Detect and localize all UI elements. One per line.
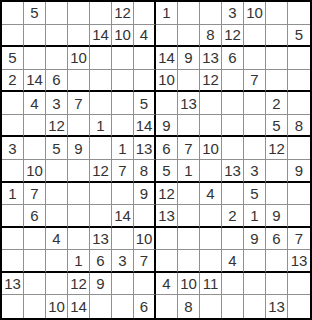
cell-r10c1[interactable]: [2, 205, 24, 228]
cell-r9c3[interactable]: [46, 183, 68, 206]
cell-r8c6[interactable]: 7: [112, 160, 134, 183]
cell-r9c7[interactable]: 9: [134, 183, 156, 206]
cell-r1c1[interactable]: [2, 2, 24, 25]
cell-r2c9[interactable]: [178, 25, 200, 48]
cell-r4c11[interactable]: [222, 70, 244, 93]
cell-r8c13[interactable]: [266, 160, 288, 183]
cell-r3c11[interactable]: 6: [222, 47, 244, 70]
cell-r3c12[interactable]: [244, 47, 266, 70]
cell-r3c9[interactable]: 9: [178, 47, 200, 70]
cell-r14c11[interactable]: [222, 295, 244, 318]
cell-r8c10[interactable]: [200, 160, 222, 183]
cell-r5c12[interactable]: [244, 92, 266, 115]
cell-r9c11[interactable]: [222, 183, 244, 206]
cell-r1c4[interactable]: [68, 2, 90, 25]
cell-r12c6[interactable]: 3: [112, 250, 134, 273]
cell-r9c4[interactable]: [68, 183, 90, 206]
cell-r2c6[interactable]: 10: [112, 25, 134, 48]
cell-r8c12[interactable]: 3: [244, 160, 266, 183]
cell-r4c12[interactable]: 7: [244, 70, 266, 93]
cell-r4c13[interactable]: [266, 70, 288, 93]
cell-r5c7[interactable]: 5: [134, 92, 156, 115]
cell-r7c9[interactable]: 7: [178, 137, 200, 160]
cell-r3c8[interactable]: 14: [156, 47, 178, 70]
cell-r2c8[interactable]: [156, 25, 178, 48]
cell-r5c1[interactable]: [2, 92, 24, 115]
cell-r14c10[interactable]: [200, 295, 222, 318]
cell-r8c3[interactable]: [46, 160, 68, 183]
cell-r5c5[interactable]: [90, 92, 112, 115]
cell-r4c6[interactable]: [112, 70, 134, 93]
cell-r12c8[interactable]: [156, 250, 178, 273]
cell-r13c11[interactable]: [222, 273, 244, 296]
cell-r12c2[interactable]: [24, 250, 46, 273]
cell-r7c5[interactable]: [90, 137, 112, 160]
cell-r9c2[interactable]: 7: [24, 183, 46, 206]
cell-r13c4[interactable]: 12: [68, 273, 90, 296]
cell-r4c8[interactable]: 10: [156, 70, 178, 93]
cell-r12c9[interactable]: [178, 250, 200, 273]
cell-r11c6[interactable]: [112, 228, 134, 251]
cell-r13c3[interactable]: [46, 273, 68, 296]
cell-r11c11[interactable]: [222, 228, 244, 251]
cell-r12c3[interactable]: [46, 250, 68, 273]
cell-r8c7[interactable]: 8: [134, 160, 156, 183]
cell-r7c10[interactable]: 10: [200, 137, 222, 160]
cell-r3c14[interactable]: [288, 47, 310, 70]
cell-r3c6[interactable]: [112, 47, 134, 70]
cell-r13c1[interactable]: 13: [2, 273, 24, 296]
cell-r14c4[interactable]: 14: [68, 295, 90, 318]
cell-r1c3[interactable]: [46, 2, 68, 25]
cell-r7c3[interactable]: 5: [46, 137, 68, 160]
cell-r1c6[interactable]: 12: [112, 2, 134, 25]
cell-r9c5[interactable]: [90, 183, 112, 206]
cell-r10c14[interactable]: [288, 205, 310, 228]
cell-r10c13[interactable]: 9: [266, 205, 288, 228]
cell-r8c9[interactable]: 1: [178, 160, 200, 183]
cell-r11c8[interactable]: [156, 228, 178, 251]
cell-r12c13[interactable]: [266, 250, 288, 273]
cell-r1c14[interactable]: [288, 2, 310, 25]
cell-r10c10[interactable]: [200, 205, 222, 228]
cell-r12c11[interactable]: 4: [222, 250, 244, 273]
cell-r10c11[interactable]: 2: [222, 205, 244, 228]
cell-r1c8[interactable]: 1: [156, 2, 178, 25]
cell-r5c6[interactable]: [112, 92, 134, 115]
cell-r8c1[interactable]: [2, 160, 24, 183]
cell-r6c11[interactable]: [222, 115, 244, 138]
cell-r4c4[interactable]: [68, 70, 90, 93]
cell-r4c10[interactable]: 12: [200, 70, 222, 93]
cell-r9c13[interactable]: [266, 183, 288, 206]
cell-r14c3[interactable]: 10: [46, 295, 68, 318]
cell-r12c4[interactable]: 1: [68, 250, 90, 273]
cell-r5c3[interactable]: 3: [46, 92, 68, 115]
cell-r2c3[interactable]: [46, 25, 68, 48]
cell-r9c8[interactable]: 12: [156, 183, 178, 206]
cell-r12c7[interactable]: 7: [134, 250, 156, 273]
cell-r10c9[interactable]: [178, 205, 200, 228]
cell-r9c6[interactable]: [112, 183, 134, 206]
cell-r3c5[interactable]: [90, 47, 112, 70]
cell-r13c9[interactable]: 10: [178, 273, 200, 296]
cell-r12c14[interactable]: 13: [288, 250, 310, 273]
cell-r8c14[interactable]: 9: [288, 160, 310, 183]
cell-r6c8[interactable]: 9: [156, 115, 178, 138]
cell-r14c1[interactable]: [2, 295, 24, 318]
cell-r12c5[interactable]: 6: [90, 250, 112, 273]
cell-r2c10[interactable]: 8: [200, 25, 222, 48]
cell-r2c4[interactable]: [68, 25, 90, 48]
cell-r11c12[interactable]: 9: [244, 228, 266, 251]
cell-r6c12[interactable]: [244, 115, 266, 138]
cell-r12c12[interactable]: [244, 250, 266, 273]
cell-r1c12[interactable]: 10: [244, 2, 266, 25]
cell-r13c14[interactable]: [288, 273, 310, 296]
cell-r10c2[interactable]: 6: [24, 205, 46, 228]
cell-r12c1[interactable]: [2, 250, 24, 273]
cell-r3c13[interactable]: [266, 47, 288, 70]
cell-r6c13[interactable]: 5: [266, 115, 288, 138]
cell-r11c13[interactable]: 6: [266, 228, 288, 251]
cell-r4c2[interactable]: 14: [24, 70, 46, 93]
cell-r8c4[interactable]: [68, 160, 90, 183]
cell-r7c4[interactable]: 9: [68, 137, 90, 160]
cell-r11c5[interactable]: 13: [90, 228, 112, 251]
cell-r6c9[interactable]: [178, 115, 200, 138]
cell-r13c10[interactable]: 11: [200, 273, 222, 296]
cell-r7c12[interactable]: [244, 137, 266, 160]
cell-r1c10[interactable]: [200, 2, 222, 25]
cell-r7c11[interactable]: [222, 137, 244, 160]
cell-r2c5[interactable]: 14: [90, 25, 112, 48]
cell-r8c8[interactable]: 5: [156, 160, 178, 183]
cell-r10c3[interactable]: [46, 205, 68, 228]
cell-r13c2[interactable]: [24, 273, 46, 296]
cell-r1c5[interactable]: [90, 2, 112, 25]
cell-r14c14[interactable]: [288, 295, 310, 318]
cell-r4c7[interactable]: [134, 70, 156, 93]
cell-r11c10[interactable]: [200, 228, 222, 251]
cell-r7c6[interactable]: 1: [112, 137, 134, 160]
cell-r1c11[interactable]: 3: [222, 2, 244, 25]
cell-r13c8[interactable]: 4: [156, 273, 178, 296]
cell-r2c7[interactable]: 4: [134, 25, 156, 48]
cell-r13c6[interactable]: [112, 273, 134, 296]
cell-r11c2[interactable]: [24, 228, 46, 251]
cell-r13c7[interactable]: [134, 273, 156, 296]
cell-r13c5[interactable]: 9: [90, 273, 112, 296]
cell-r3c3[interactable]: [46, 47, 68, 70]
cell-r11c7[interactable]: 10: [134, 228, 156, 251]
cell-r11c9[interactable]: [178, 228, 200, 251]
cell-r5c4[interactable]: 7: [68, 92, 90, 115]
cell-r9c14[interactable]: [288, 183, 310, 206]
cell-r14c13[interactable]: 13: [266, 295, 288, 318]
cell-r5c11[interactable]: [222, 92, 244, 115]
cell-r6c4[interactable]: [68, 115, 90, 138]
cell-r13c12[interactable]: [244, 273, 266, 296]
cell-r2c12[interactable]: [244, 25, 266, 48]
cell-r14c2[interactable]: [24, 295, 46, 318]
cell-r8c2[interactable]: 10: [24, 160, 46, 183]
cell-r13c13[interactable]: [266, 273, 288, 296]
cell-r5c14[interactable]: [288, 92, 310, 115]
cell-r4c14[interactable]: [288, 70, 310, 93]
cell-r11c1[interactable]: [2, 228, 24, 251]
cell-r3c2[interactable]: [24, 47, 46, 70]
cell-r2c2[interactable]: [24, 25, 46, 48]
cell-r6c3[interactable]: 12: [46, 115, 68, 138]
cell-r6c10[interactable]: [200, 115, 222, 138]
cell-r10c4[interactable]: [68, 205, 90, 228]
cell-r3c4[interactable]: 10: [68, 47, 90, 70]
cell-r4c9[interactable]: [178, 70, 200, 93]
cell-r4c3[interactable]: 6: [46, 70, 68, 93]
cell-r5c9[interactable]: 13: [178, 92, 200, 115]
cell-r14c9[interactable]: 8: [178, 295, 200, 318]
cell-r14c6[interactable]: [112, 295, 134, 318]
cell-r5c13[interactable]: 2: [266, 92, 288, 115]
cell-r10c6[interactable]: 14: [112, 205, 134, 228]
cell-r6c6[interactable]: [112, 115, 134, 138]
cell-r5c8[interactable]: [156, 92, 178, 115]
cell-r1c2[interactable]: 5: [24, 2, 46, 25]
cell-r6c7[interactable]: 14: [134, 115, 156, 138]
cell-r2c1[interactable]: [2, 25, 24, 48]
cell-r1c7[interactable]: [134, 2, 156, 25]
cell-r9c9[interactable]: [178, 183, 200, 206]
cell-r5c10[interactable]: [200, 92, 222, 115]
cell-r10c7[interactable]: [134, 205, 156, 228]
cell-r6c5[interactable]: 1: [90, 115, 112, 138]
cell-r3c10[interactable]: 13: [200, 47, 222, 70]
cell-r6c1[interactable]: [2, 115, 24, 138]
cell-r9c10[interactable]: 4: [200, 183, 222, 206]
sudoku-board: 5121310141048125510149136214610127437513…: [0, 0, 312, 320]
cell-r7c7[interactable]: 13: [134, 137, 156, 160]
cell-r7c8[interactable]: 6: [156, 137, 178, 160]
cell-r6c14[interactable]: 8: [288, 115, 310, 138]
cell-r5c2[interactable]: 4: [24, 92, 46, 115]
cell-r8c11[interactable]: 13: [222, 160, 244, 183]
cell-r10c5[interactable]: [90, 205, 112, 228]
cell-r7c14[interactable]: [288, 137, 310, 160]
cell-r10c8[interactable]: 13: [156, 205, 178, 228]
cell-r11c3[interactable]: 4: [46, 228, 68, 251]
cell-r11c14[interactable]: 7: [288, 228, 310, 251]
cell-r2c11[interactable]: 12: [222, 25, 244, 48]
cell-r10c12[interactable]: 1: [244, 205, 266, 228]
cell-r3c7[interactable]: [134, 47, 156, 70]
cell-r9c1[interactable]: 1: [2, 183, 24, 206]
cell-r7c13[interactable]: 12: [266, 137, 288, 160]
cell-r1c13[interactable]: [266, 2, 288, 25]
cell-r12c10[interactable]: [200, 250, 222, 273]
cell-r3c1[interactable]: 5: [2, 47, 24, 70]
cell-r7c1[interactable]: 3: [2, 137, 24, 160]
cell-r4c1[interactable]: 2: [2, 70, 24, 93]
cell-r11c4[interactable]: [68, 228, 90, 251]
cell-r2c14[interactable]: 5: [288, 25, 310, 48]
cell-r1c9[interactable]: [178, 2, 200, 25]
cell-r14c7[interactable]: 6: [134, 295, 156, 318]
cell-r9c12[interactable]: 5: [244, 183, 266, 206]
cell-r4c5[interactable]: [90, 70, 112, 93]
cell-r6c2[interactable]: [24, 115, 46, 138]
cell-r8c5[interactable]: 12: [90, 160, 112, 183]
cell-r14c5[interactable]: [90, 295, 112, 318]
cell-r14c12[interactable]: [244, 295, 266, 318]
cell-r7c2[interactable]: [24, 137, 46, 160]
cell-r2c13[interactable]: [266, 25, 288, 48]
cell-r14c8[interactable]: [156, 295, 178, 318]
